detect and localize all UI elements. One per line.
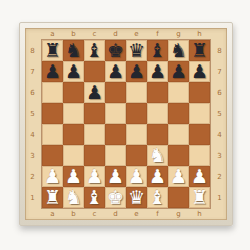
square-c3[interactable] — [84, 145, 105, 166]
square-f2[interactable]: ♟ — [147, 166, 168, 187]
rank-label-5: 5 — [28, 103, 37, 124]
white-rook[interactable]: ♜ — [44, 188, 61, 207]
square-e7[interactable]: ♟ — [126, 61, 147, 82]
white-knight[interactable]: ♞ — [65, 188, 82, 207]
black-pawn[interactable]: ♟ — [149, 62, 166, 81]
square-b3[interactable] — [63, 145, 84, 166]
square-a3[interactable] — [42, 145, 63, 166]
file-label-c: c — [84, 209, 105, 220]
rank-label-7: 7 — [215, 61, 224, 82]
square-g8[interactable]: ♞ — [168, 40, 189, 61]
square-c2[interactable]: ♟ — [84, 166, 105, 187]
square-d7[interactable]: ♟ — [105, 61, 126, 82]
square-f4[interactable] — [147, 124, 168, 145]
white-pawn[interactable]: ♟ — [128, 167, 145, 186]
square-f1[interactable]: ♝ — [147, 187, 168, 208]
rank-label-4: 4 — [215, 124, 224, 145]
rank-label-1: 1 — [215, 187, 224, 208]
rank-label-4: 4 — [28, 124, 37, 145]
square-d6[interactable] — [105, 82, 126, 103]
black-rook[interactable]: ♜ — [44, 41, 61, 60]
black-pawn[interactable]: ♟ — [191, 62, 208, 81]
white-king[interactable]: ♚ — [107, 188, 124, 207]
square-b1[interactable]: ♞ — [63, 187, 84, 208]
square-f3[interactable]: ♞ — [147, 145, 168, 166]
rank-label-6: 6 — [28, 82, 37, 103]
square-b2[interactable]: ♟ — [63, 166, 84, 187]
square-b7[interactable]: ♟ — [63, 61, 84, 82]
white-bishop[interactable]: ♝ — [86, 188, 103, 207]
white-bishop[interactable]: ♝ — [149, 188, 166, 207]
square-a5[interactable] — [42, 103, 63, 124]
square-b6[interactable] — [63, 82, 84, 103]
file-label-d: d — [105, 209, 126, 220]
black-bishop[interactable]: ♝ — [86, 41, 103, 60]
square-f5[interactable] — [147, 103, 168, 124]
square-a2[interactable]: ♟ — [42, 166, 63, 187]
rank-labels-right: 87654321 — [215, 40, 224, 208]
square-f8[interactable]: ♝ — [147, 40, 168, 61]
square-d2[interactable]: ♟ — [105, 166, 126, 187]
file-label-e: e — [126, 209, 147, 220]
rank-label-1: 1 — [28, 187, 37, 208]
file-label-a: a — [42, 209, 63, 220]
white-knight[interactable]: ♞ — [149, 146, 166, 165]
square-c5[interactable] — [84, 103, 105, 124]
square-b8[interactable]: ♞ — [63, 40, 84, 61]
black-bishop[interactable]: ♝ — [149, 41, 166, 60]
square-g2[interactable]: ♟ — [168, 166, 189, 187]
rank-label-3: 3 — [215, 145, 224, 166]
file-labels-bottom: abcdefgh — [42, 209, 210, 220]
square-a8[interactable]: ♜ — [42, 40, 63, 61]
file-label-f: f — [147, 209, 168, 220]
square-g5[interactable] — [168, 103, 189, 124]
square-d1[interactable]: ♚ — [105, 187, 126, 208]
black-rook[interactable]: ♜ — [191, 41, 208, 60]
white-pawn[interactable]: ♟ — [107, 167, 124, 186]
demo-chessboard-photo: abcdefgh abcdefgh 87654321 87654321 ♜♞♝♚… — [0, 0, 250, 250]
square-g6[interactable] — [168, 82, 189, 103]
black-pawn[interactable]: ♟ — [128, 62, 145, 81]
rank-label-5: 5 — [215, 103, 224, 124]
file-label-g: g — [168, 209, 189, 220]
black-pawn[interactable]: ♟ — [107, 62, 124, 81]
square-h5[interactable] — [189, 103, 210, 124]
square-h3[interactable] — [189, 145, 210, 166]
square-d5[interactable] — [105, 103, 126, 124]
square-a6[interactable] — [42, 82, 63, 103]
rank-label-2: 2 — [28, 166, 37, 187]
square-g1[interactable] — [168, 187, 189, 208]
square-c4[interactable] — [84, 124, 105, 145]
rank-label-3: 3 — [28, 145, 37, 166]
square-c1[interactable]: ♝ — [84, 187, 105, 208]
square-h4[interactable] — [189, 124, 210, 145]
black-knight[interactable]: ♞ — [65, 41, 82, 60]
square-h6[interactable] — [189, 82, 210, 103]
square-e8[interactable]: ♛ — [126, 40, 147, 61]
white-pawn[interactable]: ♟ — [191, 167, 208, 186]
square-e4[interactable] — [126, 124, 147, 145]
square-e6[interactable] — [126, 82, 147, 103]
black-queen[interactable]: ♛ — [128, 41, 145, 60]
square-c6[interactable]: ♟ — [84, 82, 105, 103]
square-h1[interactable]: ♜ — [189, 187, 210, 208]
file-label-h: h — [189, 209, 210, 220]
chess-board-grid: ♜♞♝♚♛♝♞♜♟♟♟♟♟♟♟♟♞♟♟♟♟♟♟♟♟♜♞♝♚♛♝♜ — [42, 40, 210, 208]
black-pawn[interactable]: ♟ — [65, 62, 82, 81]
square-e5[interactable] — [126, 103, 147, 124]
rank-label-8: 8 — [215, 40, 224, 61]
square-f7[interactable]: ♟ — [147, 61, 168, 82]
square-d3[interactable] — [105, 145, 126, 166]
square-b4[interactable] — [63, 124, 84, 145]
white-pawn[interactable]: ♟ — [149, 167, 166, 186]
black-knight[interactable]: ♞ — [170, 41, 187, 60]
black-pawn[interactable]: ♟ — [44, 62, 61, 81]
board-frame: abcdefgh abcdefgh 87654321 87654321 ♜♞♝♚… — [19, 22, 233, 226]
white-queen[interactable]: ♛ — [128, 188, 145, 207]
rank-label-7: 7 — [28, 61, 37, 82]
square-f6[interactable] — [147, 82, 168, 103]
square-h7[interactable]: ♟ — [189, 61, 210, 82]
board-face: abcdefgh abcdefgh 87654321 87654321 ♜♞♝♚… — [25, 28, 227, 220]
rank-labels-left: 87654321 — [28, 40, 37, 208]
square-e1[interactable]: ♛ — [126, 187, 147, 208]
square-d8[interactable]: ♚ — [105, 40, 126, 61]
square-c7[interactable] — [84, 61, 105, 82]
black-pawn[interactable]: ♟ — [170, 62, 187, 81]
file-label-b: b — [63, 209, 84, 220]
white-pawn[interactable]: ♟ — [86, 167, 103, 186]
rank-label-2: 2 — [215, 166, 224, 187]
white-pawn[interactable]: ♟ — [65, 167, 82, 186]
square-d4[interactable] — [105, 124, 126, 145]
rank-label-8: 8 — [28, 40, 37, 61]
white-rook[interactable]: ♜ — [191, 188, 208, 207]
black-pawn[interactable]: ♟ — [86, 83, 103, 102]
white-pawn[interactable]: ♟ — [170, 167, 187, 186]
square-h8[interactable]: ♜ — [189, 40, 210, 61]
white-pawn[interactable]: ♟ — [44, 167, 61, 186]
black-king[interactable]: ♚ — [107, 41, 124, 60]
rank-label-6: 6 — [215, 82, 224, 103]
square-h2[interactable]: ♟ — [189, 166, 210, 187]
square-a7[interactable]: ♟ — [42, 61, 63, 82]
square-g7[interactable]: ♟ — [168, 61, 189, 82]
square-a1[interactable]: ♜ — [42, 187, 63, 208]
square-e3[interactable] — [126, 145, 147, 166]
square-g4[interactable] — [168, 124, 189, 145]
square-b5[interactable] — [63, 103, 84, 124]
square-g3[interactable] — [168, 145, 189, 166]
square-c8[interactable]: ♝ — [84, 40, 105, 61]
square-a4[interactable] — [42, 124, 63, 145]
square-e2[interactable]: ♟ — [126, 166, 147, 187]
